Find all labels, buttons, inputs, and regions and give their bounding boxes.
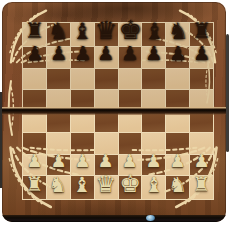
- square-f1[interactable]: ♝: [142, 176, 165, 199]
- square-b1[interactable]: ♞: [47, 176, 70, 199]
- piece-black-pawn[interactable]: ♟: [145, 44, 162, 63]
- piece-white-knight[interactable]: ♞: [168, 174, 187, 195]
- photo-edge-shadow-left: [0, 92, 2, 188]
- square-a1[interactable]: ♜: [23, 176, 46, 199]
- piece-black-pawn[interactable]: ♟: [193, 44, 210, 63]
- photo-edge-shadow-right: [226, 34, 229, 152]
- piece-white-pawn[interactable]: ♟: [122, 153, 138, 171]
- square-e1[interactable]: ♚: [119, 176, 142, 199]
- piece-white-bishop[interactable]: ♝: [73, 174, 92, 195]
- piece-white-pawn[interactable]: ♟: [194, 153, 210, 171]
- piece-black-queen[interactable]: ♛: [95, 18, 117, 43]
- square-d1[interactable]: ♛: [95, 176, 118, 199]
- square-h6[interactable]: [190, 69, 213, 90]
- square-f6[interactable]: [142, 69, 165, 90]
- square-g7[interactable]: ♟: [166, 47, 189, 68]
- piece-black-pawn[interactable]: ♟: [169, 44, 186, 63]
- box-front-edge: [2, 215, 226, 222]
- piece-black-pawn[interactable]: ♟: [73, 44, 90, 63]
- hinge-line: [2, 107, 226, 115]
- square-c1[interactable]: ♝: [71, 176, 94, 199]
- piece-white-pawn[interactable]: ♟: [170, 153, 186, 171]
- piece-white-rook[interactable]: ♜: [25, 175, 43, 195]
- piece-black-pawn[interactable]: ♟: [97, 44, 114, 63]
- piece-black-knight[interactable]: ♞: [48, 19, 68, 42]
- square-g1[interactable]: ♞: [166, 176, 189, 199]
- piece-white-pawn[interactable]: ♟: [26, 153, 42, 171]
- piece-white-bishop[interactable]: ♝: [144, 174, 163, 195]
- piece-black-knight[interactable]: ♞: [167, 19, 187, 42]
- square-e6[interactable]: [119, 69, 142, 90]
- clasp: [146, 215, 155, 221]
- piece-black-king[interactable]: ♚: [118, 17, 142, 43]
- piece-black-pawn[interactable]: ♟: [50, 44, 67, 63]
- square-c7[interactable]: ♟: [71, 47, 94, 68]
- square-h1[interactable]: ♜: [190, 176, 213, 199]
- square-e7[interactable]: ♟: [119, 47, 142, 68]
- piece-white-pawn[interactable]: ♟: [146, 153, 162, 171]
- square-b7[interactable]: ♟: [47, 47, 70, 68]
- piece-black-bishop[interactable]: ♝: [72, 19, 92, 42]
- piece-black-rook[interactable]: ♜: [192, 20, 211, 42]
- square-a7[interactable]: ♟: [23, 47, 46, 68]
- piece-white-king[interactable]: ♚: [119, 172, 141, 196]
- piece-black-pawn[interactable]: ♟: [26, 44, 43, 63]
- square-a6[interactable]: [23, 69, 46, 90]
- square-c6[interactable]: [71, 69, 94, 90]
- piece-white-pawn[interactable]: ♟: [98, 153, 114, 171]
- square-d7[interactable]: ♟: [95, 47, 118, 68]
- square-h7[interactable]: ♟: [190, 47, 213, 68]
- piece-white-knight[interactable]: ♞: [49, 174, 68, 195]
- piece-black-rook[interactable]: ♜: [25, 20, 44, 42]
- chess-set-photo: ♜♞♝♛♚♝♞♜♟♟♟♟♟♟♟♟♟♟♟♟♟♟♟♟♜♞♝♛♚♝♞♜: [0, 0, 232, 232]
- piece-white-rook[interactable]: ♜: [193, 175, 211, 195]
- square-f7[interactable]: ♟: [142, 47, 165, 68]
- piece-black-pawn[interactable]: ♟: [121, 44, 138, 63]
- piece-black-bishop[interactable]: ♝: [144, 19, 164, 42]
- chess-board: ♜♞♝♛♚♝♞♜♟♟♟♟♟♟♟♟♟♟♟♟♟♟♟♟♜♞♝♛♚♝♞♜: [2, 2, 226, 222]
- piece-white-queen[interactable]: ♛: [96, 173, 117, 196]
- piece-white-pawn[interactable]: ♟: [74, 153, 90, 171]
- square-d6[interactable]: [95, 69, 118, 90]
- piece-white-pawn[interactable]: ♟: [50, 153, 66, 171]
- square-g6[interactable]: [166, 69, 189, 90]
- square-b6[interactable]: [47, 69, 70, 90]
